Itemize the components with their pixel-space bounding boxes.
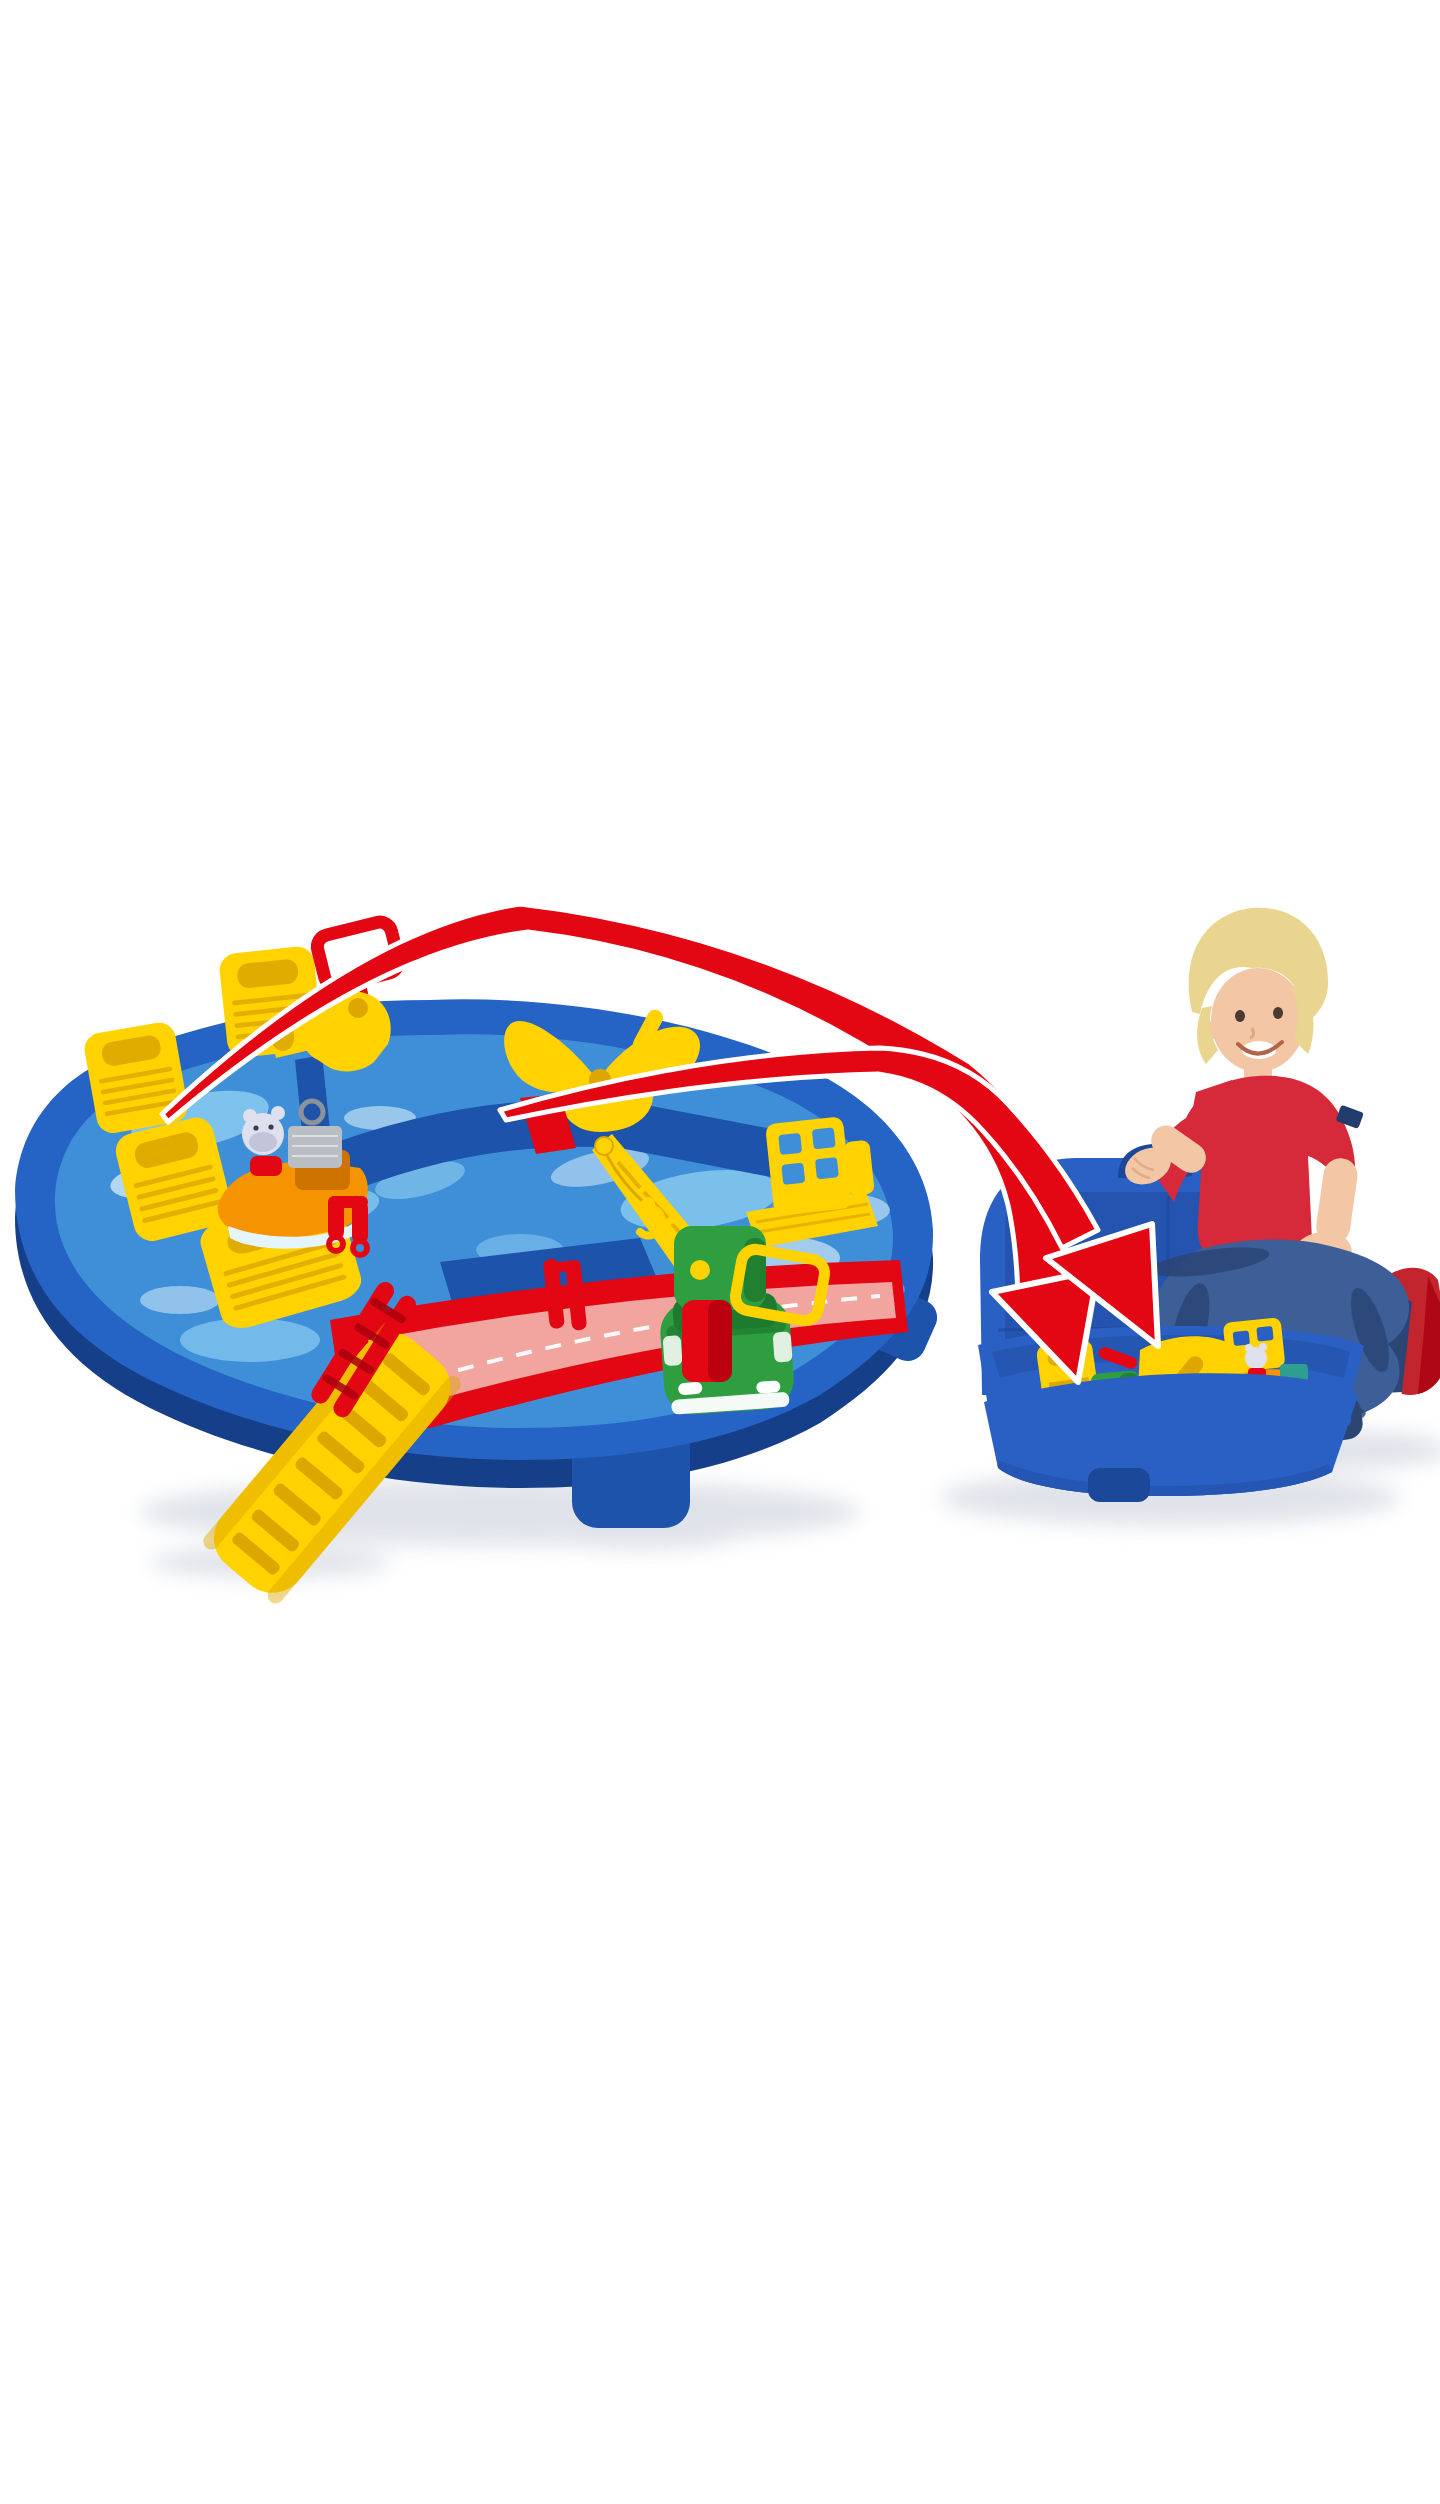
case-tray [978,1317,1364,1502]
product-photo: Product photo: a blue children's water-c… [0,0,1440,2504]
case-foot [1088,1468,1150,1502]
